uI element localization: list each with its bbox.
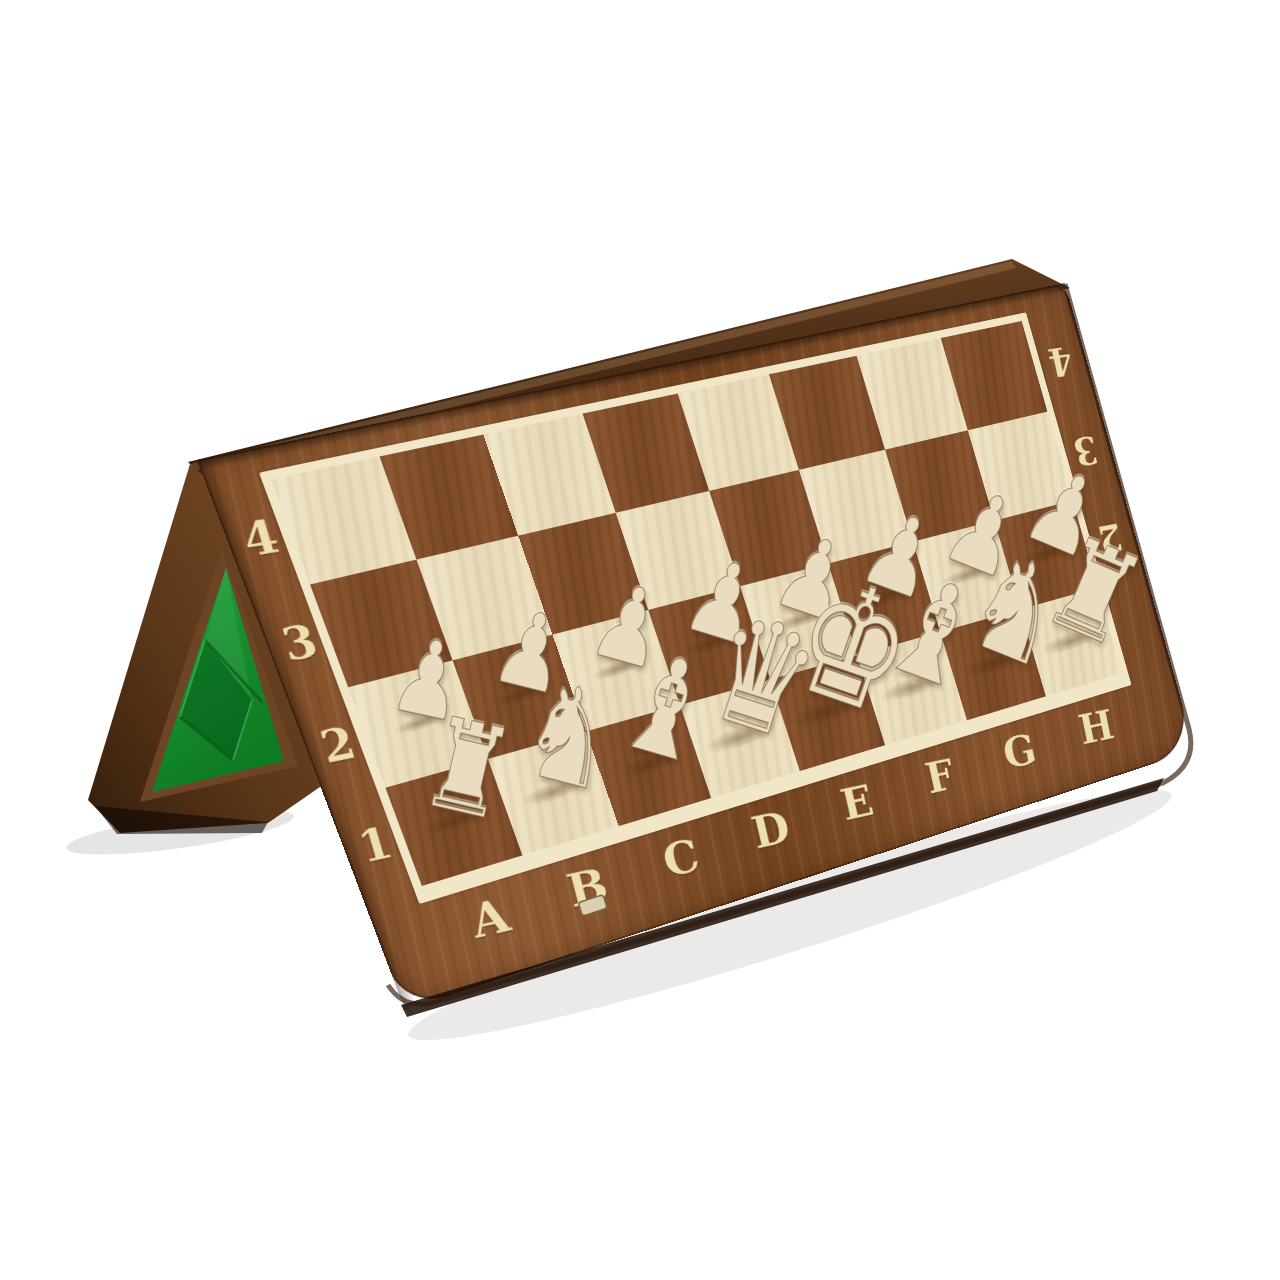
pieces-layer: ♟♟♟♟♜♟♞♟♝♟♚♟♛♝♞♜ (0, 0, 1280, 1280)
product-photo: ABCDEFGH4321432 ♟♟♟♟♜♟♞♟♝♟♚♟♛♝♞♜ (0, 0, 1280, 1280)
